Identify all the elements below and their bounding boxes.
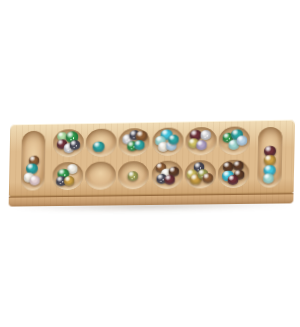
- pit-slot: [150, 158, 184, 191]
- pit-bottom-1[interactable]: [52, 162, 83, 190]
- glass-bead-teal: [168, 135, 179, 145]
- glass-bead-olive: [127, 172, 138, 182]
- glass-bead-aqua: [262, 173, 273, 183]
- pit-slot: [183, 158, 217, 191]
- glass-bead-brown: [202, 173, 213, 183]
- glass-bead-teal: [134, 140, 145, 150]
- glass-bead-maroon: [164, 174, 175, 184]
- pit-slot: [184, 125, 218, 158]
- pit-top-2[interactable]: [86, 129, 117, 157]
- pit-slot: [85, 127, 119, 160]
- glass-bead-pink-clear: [30, 175, 41, 185]
- pit-bottom-4[interactable]: [151, 160, 183, 188]
- glass-bead-silver-speckle: [200, 130, 211, 140]
- pit-slot: [216, 157, 250, 190]
- pit-slot: [118, 126, 152, 159]
- mancala-board: [9, 120, 295, 207]
- photo-background: [0, 0, 300, 327]
- pit-top-3[interactable]: [119, 128, 150, 156]
- pit-slot: [151, 125, 185, 158]
- board-top-surface: [9, 120, 295, 197]
- glass-bead-amber: [64, 176, 75, 186]
- pit-top-4[interactable]: [152, 128, 184, 157]
- store-left: [21, 130, 46, 190]
- pit-slot: [52, 127, 85, 160]
- glass-bead-teal: [92, 141, 104, 152]
- pit-slot: [84, 159, 118, 192]
- pit-bottom-3[interactable]: [118, 161, 149, 189]
- glass-bead-lavender: [196, 140, 207, 150]
- glass-bead-maroon: [228, 175, 239, 185]
- pit-top-6[interactable]: [218, 127, 250, 156]
- pit-bottom-2[interactable]: [85, 161, 116, 189]
- pit-bottom-6[interactable]: [218, 159, 250, 188]
- pit-slot: [51, 159, 84, 192]
- pit-bottom-5[interactable]: [184, 160, 216, 189]
- pit-top-5[interactable]: [185, 127, 217, 156]
- glass-bead-blue-light: [236, 136, 247, 146]
- pit-top-1[interactable]: [53, 129, 84, 157]
- glass-bead-dark-speckle: [70, 140, 81, 150]
- pit-slot: [217, 124, 251, 157]
- pit-slot: [117, 159, 151, 192]
- store-right: [257, 126, 283, 187]
